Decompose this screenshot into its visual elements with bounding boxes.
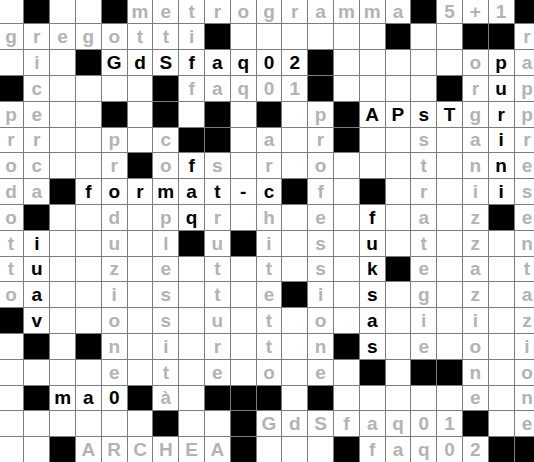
- cell-r11c11[interactable]: t: [257, 257, 282, 282]
- cell-r17c21[interactable]: e: [515, 411, 534, 436]
- cell-r5c2[interactable]: e: [24, 102, 49, 127]
- cell-r11c17[interactable]: e: [411, 257, 436, 282]
- cell-r9c17[interactable]: a: [411, 205, 436, 230]
- cell-r6c7[interactable]: c: [153, 128, 178, 153]
- cell-r10c19[interactable]: z: [463, 231, 488, 256]
- cell-r6c1[interactable]: r: [0, 128, 23, 153]
- cell-r6c2[interactable]: r: [24, 128, 49, 153]
- cell-r15c9[interactable]: e: [205, 360, 230, 385]
- cell-r3c10[interactable]: q: [231, 50, 256, 75]
- cell-r10c12[interactable]: [282, 231, 307, 256]
- cell-r3c9[interactable]: a: [205, 50, 230, 75]
- cell-r12c16[interactable]: [386, 282, 411, 307]
- cell-r12c18[interactable]: [437, 282, 462, 307]
- cell-r7c18[interactable]: [437, 153, 462, 178]
- cell-r14c7[interactable]: i: [153, 334, 178, 359]
- cell-r7c13[interactable]: o: [308, 153, 333, 178]
- cell-r3c21[interactable]: a: [515, 50, 534, 75]
- cell-r17c3[interactable]: [50, 411, 75, 436]
- cell-r16c12[interactable]: [282, 386, 307, 411]
- cell-r10c21[interactable]: n: [515, 231, 534, 256]
- cell-r10c14[interactable]: [334, 231, 359, 256]
- cell-r6c12[interactable]: [282, 128, 307, 153]
- cell-r3c1[interactable]: [0, 50, 23, 75]
- cell-r9c19[interactable]: z: [463, 205, 488, 230]
- cell-r14c19[interactable]: o: [463, 334, 488, 359]
- cell-r3c16[interactable]: [386, 50, 411, 75]
- cell-r15c5[interactable]: e: [102, 360, 127, 385]
- cell-r2c4[interactable]: g: [76, 24, 101, 49]
- cell-r12c3[interactable]: [50, 282, 75, 307]
- cell-r12c4[interactable]: [76, 282, 101, 307]
- cell-r16c16[interactable]: [386, 386, 411, 411]
- cell-r15c13[interactable]: e: [308, 360, 333, 385]
- cell-r5c18[interactable]: T: [437, 102, 462, 127]
- cell-r16c1[interactable]: [0, 386, 23, 411]
- cell-r5c15[interactable]: A: [360, 102, 385, 127]
- cell-r10c6[interactable]: [128, 231, 153, 256]
- cell-r14c11[interactable]: t: [257, 334, 282, 359]
- cell-r3c11[interactable]: 0: [257, 50, 282, 75]
- cell-r18c12[interactable]: [282, 437, 307, 462]
- cell-r14c12[interactable]: [282, 334, 307, 359]
- cell-r6c11[interactable]: a: [257, 128, 282, 153]
- cell-r3c20[interactable]: p: [489, 50, 514, 75]
- cell-r8c16[interactable]: [386, 179, 411, 204]
- cell-r2c5[interactable]: o: [102, 24, 127, 49]
- cell-r11c13[interactable]: s: [308, 257, 333, 282]
- cell-r2c3[interactable]: e: [50, 24, 75, 49]
- cell-r6c18[interactable]: [437, 128, 462, 153]
- cell-r15c4[interactable]: [76, 360, 101, 385]
- cell-r1c8[interactable]: t: [179, 0, 204, 23]
- cell-r15c6[interactable]: [128, 360, 153, 385]
- cell-r12c21[interactable]: a: [515, 282, 534, 307]
- cell-r17c6[interactable]: [128, 411, 153, 436]
- cell-r7c5[interactable]: r: [102, 153, 127, 178]
- cell-r16c3[interactable]: m: [50, 386, 75, 411]
- cell-r10c7[interactable]: l: [153, 231, 178, 256]
- cell-r9c6[interactable]: [128, 205, 153, 230]
- cell-r10c1[interactable]: t: [0, 231, 23, 256]
- cell-r6c10[interactable]: [231, 128, 256, 153]
- cell-r11c12[interactable]: [282, 257, 307, 282]
- cell-r16c15[interactable]: [360, 386, 385, 411]
- cell-r10c4[interactable]: [76, 231, 101, 256]
- cell-r14c21[interactable]: i: [515, 334, 534, 359]
- cell-r9c13[interactable]: e: [308, 205, 333, 230]
- cell-r11c19[interactable]: a: [463, 257, 488, 282]
- cell-r2c14[interactable]: [334, 24, 359, 49]
- cell-r2c2[interactable]: r: [24, 24, 49, 49]
- cell-r10c2[interactable]: i: [24, 231, 49, 256]
- cell-r15c21[interactable]: o: [515, 360, 534, 385]
- cell-r11c9[interactable]: t: [205, 257, 230, 282]
- cell-r13c20[interactable]: [489, 308, 514, 333]
- cell-r18c18[interactable]: 0: [437, 437, 462, 462]
- cell-r11c14[interactable]: [334, 257, 359, 282]
- cell-r11c20[interactable]: [489, 257, 514, 282]
- cell-r3c19[interactable]: o: [463, 50, 488, 75]
- cell-r6c19[interactable]: a: [463, 128, 488, 153]
- cell-r5c13[interactable]: p: [308, 102, 333, 127]
- cell-r2c21[interactable]: r: [515, 24, 534, 49]
- cell-r13c16[interactable]: [386, 308, 411, 333]
- cell-r1c19[interactable]: +: [463, 0, 488, 23]
- cell-r4c16[interactable]: [386, 76, 411, 101]
- cell-r8c2[interactable]: a: [24, 179, 49, 204]
- cell-r17c17[interactable]: 0: [411, 411, 436, 436]
- cell-r6c5[interactable]: p: [102, 128, 127, 153]
- cell-r7c19[interactable]: n: [463, 153, 488, 178]
- cell-r6c16[interactable]: [386, 128, 411, 153]
- cell-r9c12[interactable]: [282, 205, 307, 230]
- cell-r7c9[interactable]: s: [205, 153, 230, 178]
- cell-r17c14[interactable]: f: [334, 411, 359, 436]
- cell-r5c6[interactable]: [128, 102, 153, 127]
- cell-r4c14[interactable]: [334, 76, 359, 101]
- cell-r13c5[interactable]: o: [102, 308, 127, 333]
- cell-r15c16[interactable]: [386, 360, 411, 385]
- cell-r12c10[interactable]: [231, 282, 256, 307]
- cell-r18c8[interactable]: E: [179, 437, 204, 462]
- cell-r8c6[interactable]: r: [128, 179, 153, 204]
- cell-r17c18[interactable]: 1: [437, 411, 462, 436]
- cell-r8c5[interactable]: o: [102, 179, 127, 204]
- cell-r11c2[interactable]: u: [24, 257, 49, 282]
- cell-r3c5[interactable]: G: [102, 50, 127, 75]
- cell-r15c14[interactable]: [334, 360, 359, 385]
- cell-r11c6[interactable]: [128, 257, 153, 282]
- cell-r4c4[interactable]: [76, 76, 101, 101]
- cell-r14c20[interactable]: [489, 334, 514, 359]
- cell-r15c11[interactable]: o: [257, 360, 282, 385]
- cell-r8c1[interactable]: d: [0, 179, 23, 204]
- cell-r16c7[interactable]: à: [153, 386, 178, 411]
- cell-r13c9[interactable]: u: [205, 308, 230, 333]
- cell-r4c3[interactable]: [50, 76, 75, 101]
- cell-r14c1[interactable]: [0, 334, 23, 359]
- cell-r4c9[interactable]: a: [205, 76, 230, 101]
- cell-r1c18[interactable]: 5: [437, 0, 462, 23]
- cell-r8c18[interactable]: [437, 179, 462, 204]
- cell-r14c16[interactable]: [386, 334, 411, 359]
- cell-r13c18[interactable]: [437, 308, 462, 333]
- cell-r14c5[interactable]: n: [102, 334, 127, 359]
- cell-r11c7[interactable]: e: [153, 257, 178, 282]
- cell-r10c20[interactable]: [489, 231, 514, 256]
- cell-r15c3[interactable]: [50, 360, 75, 385]
- cell-r17c8[interactable]: [179, 411, 204, 436]
- cell-r3c17[interactable]: [411, 50, 436, 75]
- cell-r1c1[interactable]: [0, 0, 23, 23]
- cell-r4c6[interactable]: [128, 76, 153, 101]
- cell-r14c17[interactable]: e: [411, 334, 436, 359]
- cell-r11c3[interactable]: [50, 257, 75, 282]
- cell-r14c8[interactable]: [179, 334, 204, 359]
- cell-r4c15[interactable]: [360, 76, 385, 101]
- cell-r17c15[interactable]: a: [360, 411, 385, 436]
- cell-r4c19[interactable]: r: [463, 76, 488, 101]
- cell-r2c18[interactable]: [437, 24, 462, 49]
- cell-r10c5[interactable]: u: [102, 231, 127, 256]
- cell-r10c17[interactable]: t: [411, 231, 436, 256]
- cell-r7c4[interactable]: [76, 153, 101, 178]
- cell-r4c20[interactable]: u: [489, 76, 514, 101]
- cell-r3c18[interactable]: [437, 50, 462, 75]
- cell-r3c15[interactable]: [360, 50, 385, 75]
- cell-r18c19[interactable]: 2: [463, 437, 488, 462]
- cell-r12c6[interactable]: [128, 282, 153, 307]
- cell-r18c6[interactable]: C: [128, 437, 153, 462]
- cell-r9c15[interactable]: f: [360, 205, 385, 230]
- cell-r13c2[interactable]: v: [24, 308, 49, 333]
- cell-r12c2[interactable]: a: [24, 282, 49, 307]
- cell-r11c18[interactable]: [437, 257, 462, 282]
- cell-r17c9[interactable]: [205, 411, 230, 436]
- cell-r13c15[interactable]: a: [360, 308, 385, 333]
- cell-r1c20[interactable]: 1: [489, 0, 514, 23]
- cell-r4c5[interactable]: [102, 76, 127, 101]
- cell-r17c20[interactable]: [489, 411, 514, 436]
- cell-r6c4[interactable]: [76, 128, 101, 153]
- cell-r7c7[interactable]: o: [153, 153, 178, 178]
- cell-r9c1[interactable]: o: [0, 205, 23, 230]
- cell-r11c15[interactable]: k: [360, 257, 385, 282]
- cell-r18c17[interactable]: q: [411, 437, 436, 462]
- cell-r7c11[interactable]: r: [257, 153, 282, 178]
- cell-r1c7[interactable]: e: [153, 0, 178, 23]
- cell-r12c1[interactable]: o: [0, 282, 23, 307]
- cell-r8c8[interactable]: a: [179, 179, 204, 204]
- cell-r6c13[interactable]: r: [308, 128, 333, 153]
- cell-r7c3[interactable]: [50, 153, 75, 178]
- cell-r11c5[interactable]: z: [102, 257, 127, 282]
- cell-r10c15[interactable]: u: [360, 231, 385, 256]
- cell-r4c17[interactable]: [411, 76, 436, 101]
- cell-r18c2[interactable]: [24, 437, 49, 462]
- cell-r17c1[interactable]: [0, 411, 23, 436]
- cell-r16c4[interactable]: a: [76, 386, 101, 411]
- cell-r8c11[interactable]: c: [257, 179, 282, 204]
- cell-r8c21[interactable]: s: [515, 179, 534, 204]
- cell-r2c11[interactable]: [257, 24, 282, 49]
- cell-r1c10[interactable]: o: [231, 0, 256, 23]
- cell-r8c9[interactable]: t: [205, 179, 230, 204]
- cell-r2c12[interactable]: [282, 24, 307, 49]
- cell-r4c2[interactable]: c: [24, 76, 49, 101]
- cell-r18c15[interactable]: f: [360, 437, 385, 462]
- cell-r4c11[interactable]: 0: [257, 76, 282, 101]
- cell-r6c15[interactable]: [360, 128, 385, 153]
- cell-r1c3[interactable]: [50, 0, 75, 23]
- cell-r14c3[interactable]: [50, 334, 75, 359]
- cell-r5c3[interactable]: [50, 102, 75, 127]
- cell-r1c6[interactable]: m: [128, 0, 153, 23]
- cell-r6c6[interactable]: [128, 128, 153, 153]
- cell-r6c3[interactable]: [50, 128, 75, 153]
- cell-r12c8[interactable]: [179, 282, 204, 307]
- cell-r15c19[interactable]: n: [463, 360, 488, 385]
- cell-r1c9[interactable]: r: [205, 0, 230, 23]
- cell-r8c4[interactable]: f: [76, 179, 101, 204]
- cell-r8c19[interactable]: i: [463, 179, 488, 204]
- cell-r18c9[interactable]: A: [205, 437, 230, 462]
- cell-r16c18[interactable]: [437, 386, 462, 411]
- cell-r17c12[interactable]: d: [282, 411, 307, 436]
- cell-r5c21[interactable]: p: [515, 102, 534, 127]
- cell-r3c3[interactable]: [50, 50, 75, 75]
- cell-r17c2[interactable]: [24, 411, 49, 436]
- cell-r10c13[interactable]: s: [308, 231, 333, 256]
- cell-r9c4[interactable]: [76, 205, 101, 230]
- cell-r2c8[interactable]: i: [179, 24, 204, 49]
- cell-r15c20[interactable]: [489, 360, 514, 385]
- cell-r5c8[interactable]: [179, 102, 204, 127]
- cell-r13c12[interactable]: [282, 308, 307, 333]
- cell-r15c8[interactable]: [179, 360, 204, 385]
- cell-r7c20[interactable]: n: [489, 153, 514, 178]
- cell-r3c8[interactable]: f: [179, 50, 204, 75]
- cell-r17c16[interactable]: q: [386, 411, 411, 436]
- cell-r13c8[interactable]: [179, 308, 204, 333]
- cell-r16c19[interactable]: e: [463, 386, 488, 411]
- cell-r15c1[interactable]: [0, 360, 23, 385]
- cell-r13c3[interactable]: [50, 308, 75, 333]
- cell-r9c5[interactable]: d: [102, 205, 127, 230]
- cell-r9c10[interactable]: [231, 205, 256, 230]
- cell-r12c9[interactable]: t: [205, 282, 230, 307]
- cell-r5c17[interactable]: s: [411, 102, 436, 127]
- cell-r13c19[interactable]: i: [463, 308, 488, 333]
- cell-r18c1[interactable]: [0, 437, 23, 462]
- cell-r11c8[interactable]: [179, 257, 204, 282]
- cell-r10c16[interactable]: [386, 231, 411, 256]
- cell-r1c16[interactable]: a: [386, 0, 411, 23]
- cell-r17c4[interactable]: [76, 411, 101, 436]
- cell-r5c16[interactable]: P: [386, 102, 411, 127]
- cell-r1c12[interactable]: r: [282, 0, 307, 23]
- cell-r5c4[interactable]: [76, 102, 101, 127]
- cell-r9c14[interactable]: [334, 205, 359, 230]
- cell-r8c7[interactable]: m: [153, 179, 178, 204]
- cell-r3c2[interactable]: i: [24, 50, 49, 75]
- cell-r7c16[interactable]: [386, 153, 411, 178]
- cell-r2c15[interactable]: [360, 24, 385, 49]
- cell-r7c10[interactable]: [231, 153, 256, 178]
- cell-r2c10[interactable]: [231, 24, 256, 49]
- cell-r13c17[interactable]: i: [411, 308, 436, 333]
- cell-r3c14[interactable]: [334, 50, 359, 75]
- cell-r1c13[interactable]: a: [308, 0, 333, 23]
- cell-r4c21[interactable]: p: [515, 76, 534, 101]
- cell-r11c4[interactable]: [76, 257, 101, 282]
- cell-r11c10[interactable]: [231, 257, 256, 282]
- cell-r5c19[interactable]: g: [463, 102, 488, 127]
- cell-r9c8[interactable]: q: [179, 205, 204, 230]
- cell-r7c1[interactable]: o: [0, 153, 23, 178]
- cell-r8c14[interactable]: [334, 179, 359, 204]
- cell-r8c10[interactable]: -: [231, 179, 256, 204]
- cell-r13c13[interactable]: o: [308, 308, 333, 333]
- cell-r9c21[interactable]: e: [515, 205, 534, 230]
- cell-r17c11[interactable]: G: [257, 411, 282, 436]
- cell-r4c12[interactable]: 1: [282, 76, 307, 101]
- cell-r16c8[interactable]: [179, 386, 204, 411]
- cell-r12c20[interactable]: [489, 282, 514, 307]
- cell-r5c12[interactable]: [282, 102, 307, 127]
- cell-r11c21[interactable]: t: [515, 257, 534, 282]
- cell-r13c11[interactable]: t: [257, 308, 282, 333]
- cell-r5c10[interactable]: [231, 102, 256, 127]
- cell-r13c14[interactable]: [334, 308, 359, 333]
- cell-r6c20[interactable]: i: [489, 128, 514, 153]
- cell-r3c6[interactable]: d: [128, 50, 153, 75]
- cell-r12c15[interactable]: s: [360, 282, 385, 307]
- cell-r7c2[interactable]: c: [24, 153, 49, 178]
- cell-r16c20[interactable]: [489, 386, 514, 411]
- cell-r18c4[interactable]: A: [76, 437, 101, 462]
- cell-r3c7[interactable]: S: [153, 50, 178, 75]
- cell-r10c11[interactable]: i: [257, 231, 282, 256]
- cell-r15c10[interactable]: [231, 360, 256, 385]
- cell-r14c10[interactable]: [231, 334, 256, 359]
- cell-r14c13[interactable]: n: [308, 334, 333, 359]
- cell-r6c17[interactable]: s: [411, 128, 436, 153]
- cell-r17c5[interactable]: [102, 411, 127, 436]
- cell-r8c13[interactable]: f: [308, 179, 333, 204]
- cell-r7c14[interactable]: [334, 153, 359, 178]
- cell-r7c17[interactable]: t: [411, 153, 436, 178]
- cell-r12c13[interactable]: i: [308, 282, 333, 307]
- cell-r12c5[interactable]: i: [102, 282, 127, 307]
- cell-r11c1[interactable]: t: [0, 257, 23, 282]
- cell-r12c19[interactable]: z: [463, 282, 488, 307]
- cell-r7c8[interactable]: f: [179, 153, 204, 178]
- cell-r7c21[interactable]: e: [515, 153, 534, 178]
- cell-r18c16[interactable]: a: [386, 437, 411, 462]
- cell-r18c7[interactable]: H: [153, 437, 178, 462]
- cell-r14c15[interactable]: s: [360, 334, 385, 359]
- cell-r18c13[interactable]: [308, 437, 333, 462]
- cell-r9c18[interactable]: [437, 205, 462, 230]
- cell-r4c8[interactable]: f: [179, 76, 204, 101]
- cell-r9c11[interactable]: h: [257, 205, 282, 230]
- cell-r12c11[interactable]: e: [257, 282, 282, 307]
- cell-r16c17[interactable]: [411, 386, 436, 411]
- cell-r8c20[interactable]: i: [489, 179, 514, 204]
- cell-r4c10[interactable]: q: [231, 76, 256, 101]
- cell-r15c2[interactable]: [24, 360, 49, 385]
- cell-r2c13[interactable]: [308, 24, 333, 49]
- cell-r13c10[interactable]: [231, 308, 256, 333]
- cell-r7c12[interactable]: [282, 153, 307, 178]
- cell-r10c18[interactable]: [437, 231, 462, 256]
- cell-r1c11[interactable]: g: [257, 0, 282, 23]
- cell-r2c1[interactable]: g: [0, 24, 23, 49]
- cell-r9c9[interactable]: r: [205, 205, 230, 230]
- cell-r13c4[interactable]: [76, 308, 101, 333]
- cell-r5c1[interactable]: p: [0, 102, 23, 127]
- cell-r13c7[interactable]: s: [153, 308, 178, 333]
- cell-r17c13[interactable]: S: [308, 411, 333, 436]
- cell-r15c12[interactable]: [282, 360, 307, 385]
- cell-r2c17[interactable]: [411, 24, 436, 49]
- cell-r9c7[interactable]: p: [153, 205, 178, 230]
- cell-r13c6[interactable]: [128, 308, 153, 333]
- cell-r16c21[interactable]: n: [515, 386, 534, 411]
- cell-r18c11[interactable]: [257, 437, 282, 462]
